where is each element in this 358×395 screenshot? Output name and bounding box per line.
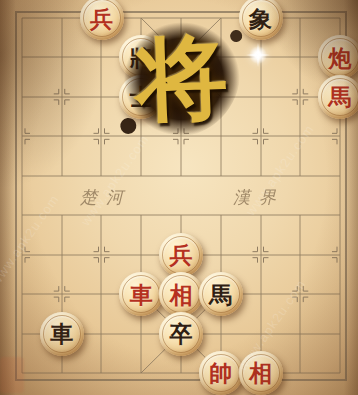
piece-black-車[interactable]: 車	[40, 312, 84, 356]
piece-red-兵[interactable]: 兵	[159, 233, 203, 277]
piece-black-馬[interactable]: 馬	[199, 272, 243, 316]
river-label-han: 漢界	[233, 186, 285, 209]
piece-glyph: 馬	[329, 85, 352, 108]
piece-glyph: 卒	[170, 322, 193, 345]
piece-glyph: 相	[249, 361, 272, 384]
piece-red-兵[interactable]: 兵	[80, 0, 124, 40]
piece-glyph: 象	[249, 7, 272, 30]
piece-glyph: 車	[50, 322, 73, 345]
piece-black-士[interactable]: 士	[119, 75, 163, 119]
piece-glyph: 馬	[209, 283, 232, 306]
piece-red-馬[interactable]: 馬	[318, 75, 358, 119]
piece-glyph: 車	[130, 283, 153, 306]
piece-glyph: 將	[130, 46, 153, 69]
river-label-chu: 楚河	[80, 186, 132, 209]
piece-glyph: 炮	[329, 46, 352, 69]
piece-glyph: 帥	[209, 361, 232, 384]
piece-glyph: 相	[170, 283, 193, 306]
xiangqi-board: 楚河 漢界 兵象將炮士馬兵車相馬車卒帥相 将 www.apk2u.comwww.…	[0, 0, 358, 395]
piece-black-象[interactable]: 象	[239, 0, 283, 40]
piece-glyph: 兵	[170, 243, 193, 266]
piece-glyph: 士	[130, 85, 153, 108]
piece-red-帥[interactable]: 帥	[199, 351, 243, 395]
piece-red-炮[interactable]: 炮	[318, 35, 358, 79]
piece-red-相[interactable]: 相	[159, 272, 203, 316]
piece-glyph: 兵	[90, 7, 113, 30]
piece-black-卒[interactable]: 卒	[159, 312, 203, 356]
piece-red-相[interactable]: 相	[239, 351, 283, 395]
